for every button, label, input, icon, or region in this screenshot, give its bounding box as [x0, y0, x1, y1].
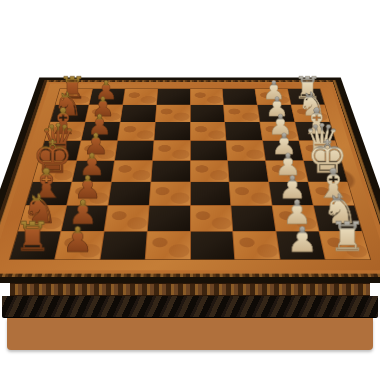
square-g3	[232, 206, 276, 231]
square-b3	[224, 105, 259, 122]
box-front-frieze	[10, 283, 370, 296]
square-g5	[147, 206, 189, 231]
square-b5	[155, 105, 189, 122]
frieze-border: ♜♟♟♜♞♟♟♞♝♟♟♝♛♟♟♛♚♟♟♚♝♟♟♝♞♟♟♞♜♟♟♜	[0, 80, 380, 277]
black-pawn: ♟	[62, 223, 93, 258]
square-a5	[157, 89, 190, 105]
square-e6	[112, 161, 152, 182]
black-rook: ♜	[14, 217, 50, 257]
square-h8: ♜	[10, 232, 60, 260]
square-c4	[190, 122, 226, 140]
square-f3	[230, 182, 272, 205]
square-f5	[149, 182, 189, 205]
square-h5	[145, 232, 189, 260]
box-front-carved-rope-edge	[2, 296, 378, 318]
square-e3	[228, 161, 268, 182]
square-c3	[225, 122, 262, 140]
square-g6	[104, 206, 148, 231]
square-a4	[190, 89, 223, 105]
box-front-map-panel	[7, 318, 373, 350]
square-f4	[190, 182, 230, 205]
white-rook: ♜	[329, 217, 365, 257]
chess-set-photo: ♜♟♟♜♞♟♟♞♝♟♟♝♛♟♟♛♚♟♟♚♝♟♟♝♞♟♟♞♜♟♟♜	[0, 0, 380, 380]
square-b4	[190, 105, 224, 122]
square-f6	[108, 182, 150, 205]
chess-board: ♜♟♟♜♞♟♟♞♝♟♟♝♛♟♟♛♚♟♟♚♝♟♟♝♞♟♟♞♜♟♟♜	[9, 89, 371, 260]
square-h4	[190, 232, 234, 260]
chessboard-box-top: ♜♟♟♜♞♟♟♞♝♟♟♝♛♟♟♛♚♟♟♚♝♟♟♝♞♟♟♞♜♟♟♜	[0, 77, 380, 283]
square-e4	[190, 161, 229, 182]
square-a6	[123, 89, 157, 105]
square-d3	[227, 141, 265, 161]
square-c6	[118, 122, 155, 140]
map-margin: ♜♟♟♜♞♟♟♞♝♟♟♝♛♟♟♛♚♟♟♚♝♟♟♝♞♟♟♞♜♟♟♜	[0, 83, 380, 270]
square-a3	[223, 89, 257, 105]
square-d6	[115, 141, 153, 161]
square-g4	[190, 206, 232, 231]
square-h1: ♜	[320, 232, 370, 260]
square-d5	[153, 141, 190, 161]
square-d4	[190, 141, 227, 161]
square-h3	[234, 232, 280, 260]
square-h2: ♟	[277, 232, 325, 260]
square-h7: ♟	[55, 232, 103, 260]
square-b6	[120, 105, 155, 122]
square-e5	[151, 161, 190, 182]
square-c5	[154, 122, 190, 140]
square-h6	[100, 232, 146, 260]
white-pawn: ♟	[287, 223, 318, 258]
